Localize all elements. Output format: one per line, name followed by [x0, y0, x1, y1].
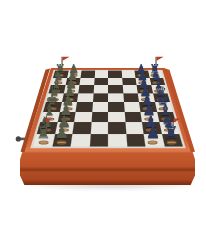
pawn-icon: ♟ — [146, 125, 161, 142]
rook-icon: ♜ — [164, 125, 179, 142]
product-photo: ♜♞♝♛♚♝♞♜♟♟♟♟♟♟♟♟♟♟♟♟♟♟♟♟♜♞♝♛♚♝♞♜ — [0, 0, 206, 240]
piece-right-rook: ♜ — [164, 125, 179, 145]
piece-left-rook: ♜ — [36, 125, 51, 145]
flag-icon — [173, 119, 174, 127]
pawn-icon: ♟ — [54, 125, 69, 142]
piece-base — [166, 140, 176, 144]
piece-base — [148, 140, 158, 144]
flag-icon — [156, 57, 157, 65]
piece-left-pawn: ♟ — [54, 125, 69, 145]
flag-icon — [45, 119, 46, 127]
flag-icon — [61, 57, 62, 65]
piece-base — [57, 140, 67, 144]
pieces-layer: ♜♞♝♛♚♝♞♜♟♟♟♟♟♟♟♟♟♟♟♟♟♟♟♟♜♞♝♛♚♝♞♜ — [0, 0, 206, 240]
piece-base — [39, 140, 49, 144]
piece-right-pawn: ♟ — [146, 125, 161, 145]
rook-icon: ♜ — [36, 125, 51, 142]
